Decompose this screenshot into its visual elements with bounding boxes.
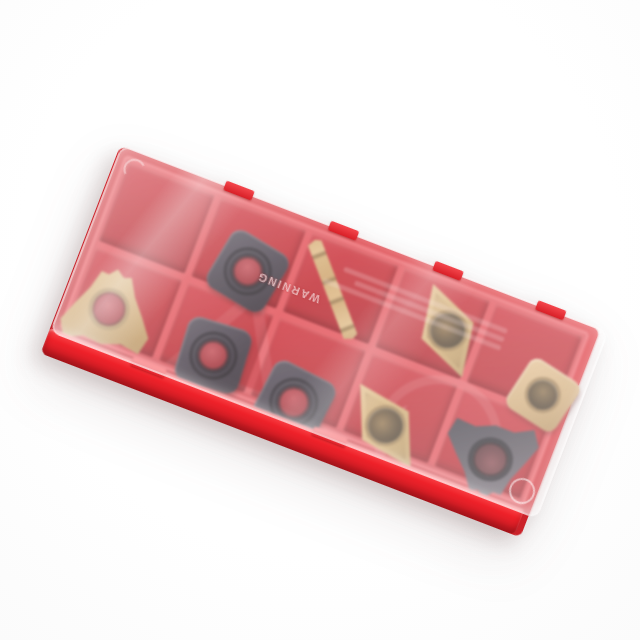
insert-box: WARNING — [40, 146, 599, 537]
product-photo-scene: WARNING — [0, 0, 640, 640]
